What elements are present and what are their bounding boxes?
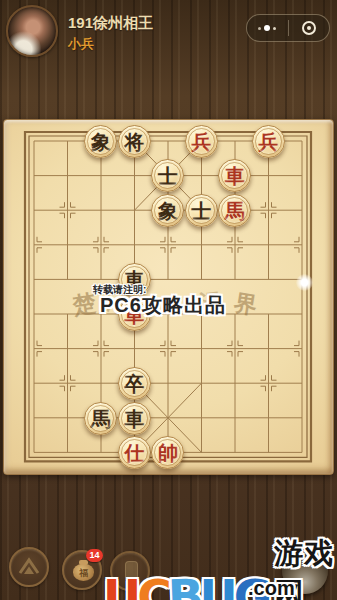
money-bag-icon: 福	[73, 564, 94, 581]
piece-character: 帥	[152, 437, 183, 469]
player-rank-label: 小兵	[68, 35, 94, 53]
piece-black-elephant[interactable]: 象	[84, 125, 117, 158]
piece-character: 仕	[119, 437, 150, 469]
highlight-dot	[296, 274, 313, 291]
chevron-up-icon	[11, 549, 47, 585]
piece-red-chariot[interactable]: 車	[218, 159, 251, 192]
level-title: 191徐州相王	[68, 14, 153, 33]
piece-character: 象	[152, 195, 183, 227]
watermark-brand: PC6攻略出品	[100, 292, 226, 319]
more-dots-icon	[258, 25, 276, 31]
piece-character: 兵	[253, 126, 284, 158]
expand-button[interactable]	[9, 547, 49, 587]
miniprogram-capsule	[246, 14, 330, 42]
piece-character: 馬	[219, 195, 250, 227]
close-button[interactable]	[289, 15, 330, 41]
watermark-domain: .com	[248, 577, 295, 600]
hint-icon	[125, 561, 138, 583]
piece-red-general[interactable]: 帥	[151, 436, 184, 469]
piece-black-advisor[interactable]: 士	[185, 194, 218, 227]
piece-black-horse[interactable]: 馬	[84, 402, 117, 435]
piece-character: 士	[186, 195, 217, 227]
reward-badge: 14	[86, 549, 103, 562]
piece-character: 士	[152, 160, 183, 192]
piece-character: 馬	[85, 403, 116, 435]
piece-red-advisor[interactable]: 仕	[118, 436, 151, 469]
piece-red-soldier[interactable]: 兵	[252, 125, 285, 158]
piece-character: 車	[219, 160, 250, 192]
hint-button[interactable]	[110, 551, 150, 591]
piece-character: 卒	[119, 368, 150, 400]
piece-black-general[interactable]: 将	[118, 125, 151, 158]
piece-red-soldier[interactable]: 兵	[185, 125, 218, 158]
piece-red-horse[interactable]: 馬	[218, 194, 251, 227]
piece-black-advisor[interactable]: 士	[151, 159, 184, 192]
piece-black-chariot[interactable]: 車	[118, 402, 151, 435]
piece-character: 将	[119, 126, 150, 158]
piece-character: 兵	[186, 126, 217, 158]
piece-character: 車	[119, 403, 150, 435]
xiangqi-app-window: 191徐州相王 小兵 楚 河 汉 界 象将兵兵士車象士馬車車卒馬車仕帥 转载请注…	[0, 0, 337, 600]
piece-black-soldier[interactable]: 卒	[118, 367, 151, 400]
piece-character: 象	[85, 126, 116, 158]
piece-black-elephant[interactable]: 象	[151, 194, 184, 227]
player-avatar[interactable]	[6, 5, 58, 57]
close-circle-icon	[302, 21, 316, 35]
more-button[interactable]	[247, 15, 288, 41]
